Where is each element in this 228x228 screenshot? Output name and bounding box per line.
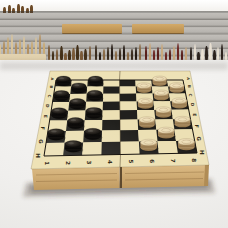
row-label-left-d: D [45, 104, 50, 108]
row-label-right-h: H [199, 150, 205, 155]
checker-dark-3a[interactable] [89, 76, 105, 87]
row-label-right-g: G [196, 136, 202, 140]
piece-highlight [88, 130, 94, 132]
checker-dark-1a[interactable] [56, 76, 72, 87]
checker-dark-3e[interactable] [86, 107, 103, 119]
piece-top [138, 98, 153, 104]
checker-dark-2h[interactable] [65, 141, 83, 154]
row-label-left-a: A [50, 78, 54, 81]
column-label-6: 6 [149, 159, 155, 163]
piece-top [172, 98, 187, 104]
piece-highlight [51, 130, 57, 132]
checker-dark-2d[interactable] [70, 99, 86, 111]
row-label-left-f: F [40, 127, 46, 130]
checker-dark-3g[interactable] [85, 128, 103, 140]
column-label-2: 2 [65, 161, 71, 165]
checkers-board: 12345678AABBCCDDEEFFGGHH [0, 0, 228, 228]
row-label-right-b: B [187, 85, 191, 88]
piece-highlight [71, 119, 77, 121]
row-label-right-a: A [186, 77, 190, 80]
checker-light-8f[interactable] [175, 116, 192, 128]
piece-top [156, 107, 171, 113]
checker-dark-1e[interactable] [51, 108, 68, 120]
checker-light-7a[interactable] [153, 76, 169, 87]
checker-light-7e[interactable] [156, 107, 173, 119]
row-label-right-e: E [192, 113, 197, 116]
checker-light-6b[interactable] [137, 83, 153, 94]
piece-highlight [90, 92, 95, 94]
checker-dark-1c[interactable] [54, 91, 70, 102]
checker-light-8b[interactable] [170, 83, 186, 94]
checker-dark-1g[interactable] [48, 129, 66, 141]
column-label-4: 4 [107, 160, 113, 164]
row-label-right-d: D [190, 103, 195, 107]
piece-highlight [68, 142, 74, 144]
piece-top [170, 83, 184, 89]
row-label-left-g: G [38, 139, 44, 143]
piece-top [158, 127, 174, 133]
column-label-8: 8 [191, 158, 197, 162]
piece-top [153, 76, 167, 82]
row-label-left-h: H [35, 153, 41, 158]
piece-highlight [89, 109, 95, 111]
checker-dark-2f[interactable] [68, 118, 85, 130]
checker-light-6h[interactable] [140, 139, 158, 152]
row-label-left-e: E [43, 115, 48, 118]
checker-light-8d[interactable] [172, 98, 188, 110]
column-label-5: 5 [128, 160, 134, 164]
column-label-7: 7 [170, 159, 176, 163]
row-label-right-c: C [188, 94, 193, 97]
checker-light-6d[interactable] [138, 98, 154, 110]
box-side-left [32, 167, 120, 190]
column-label-1: 1 [44, 161, 50, 165]
checker-light-6f[interactable] [139, 117, 156, 129]
box-hinge-gap [120, 167, 123, 188]
checker-light-7g[interactable] [158, 127, 176, 139]
piece-highlight [59, 78, 64, 80]
piece-highlight [57, 92, 62, 94]
shop-photo-scene: 12345678AABBCCDDEEFFGGHH [0, 0, 228, 228]
checker-dark-3c[interactable] [87, 90, 103, 101]
checker-dark-2b[interactable] [72, 83, 88, 94]
piece-top [139, 117, 155, 123]
piece-top [137, 83, 151, 89]
piece-top [175, 116, 191, 122]
box-side-right [122, 165, 208, 188]
piece-highlight [74, 84, 79, 86]
column-label-3: 3 [86, 160, 92, 164]
piece-highlight [91, 78, 96, 80]
piece-top [140, 139, 157, 146]
checker-light-8h[interactable] [178, 139, 196, 152]
piece-highlight [73, 100, 78, 102]
checker-light-7c[interactable] [154, 90, 170, 101]
piece-highlight [54, 109, 60, 111]
piece-top [154, 90, 169, 96]
row-label-left-b: B [49, 86, 53, 89]
piece-top [178, 139, 195, 146]
row-label-left-c: C [47, 94, 52, 97]
row-label-right-f: F [194, 124, 200, 127]
